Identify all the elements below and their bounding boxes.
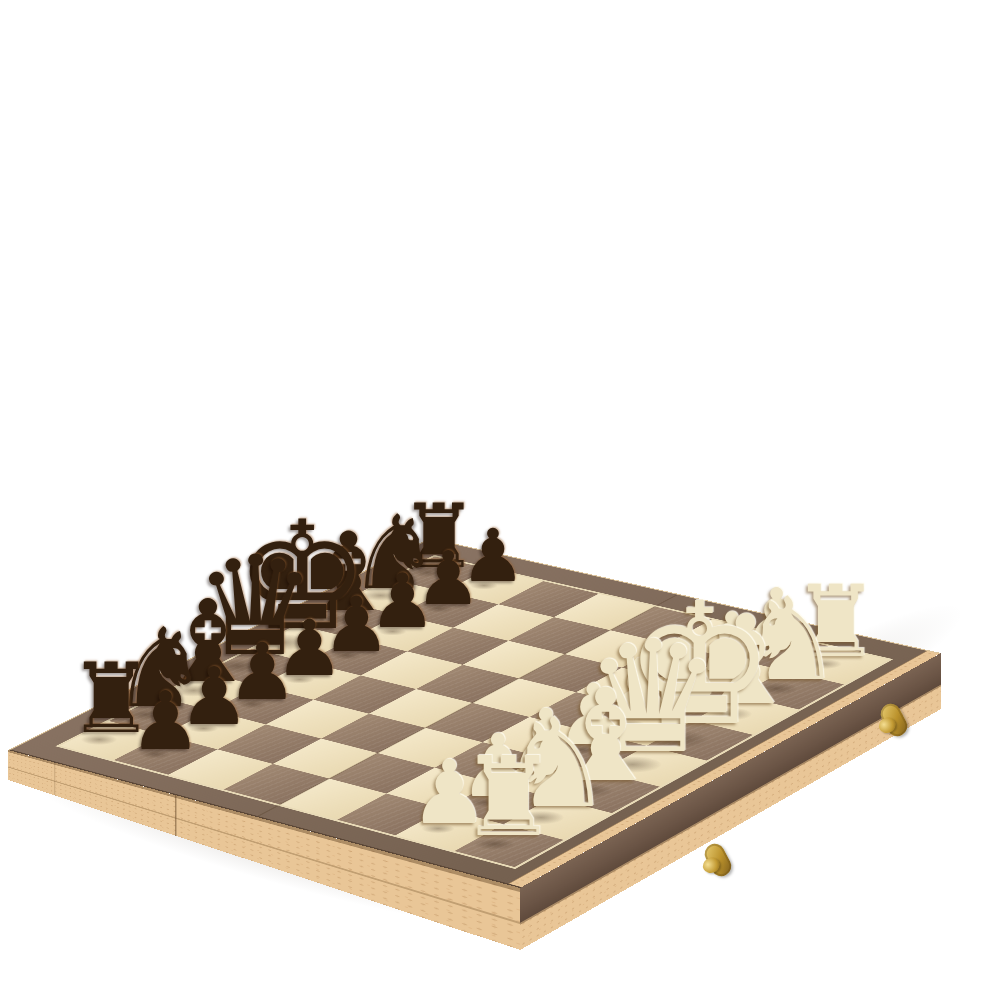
piece-black-pawn-a7[interactable]: ♟ bbox=[129, 680, 201, 761]
fold-seam-side bbox=[175, 795, 177, 836]
brass-clasp-lower-icon bbox=[701, 840, 735, 879]
wood-joint-line bbox=[54, 762, 55, 795]
piece-white-rook-a1[interactable]: ♜ bbox=[460, 743, 558, 853]
chess-set-photo: ♜♞♝♛♚♝♞♜♟♟♟♟♟♟♟♟♟♟♟♟♟♟♟♟♜♞♝♛♚♝♞♜ bbox=[0, 0, 1000, 1000]
